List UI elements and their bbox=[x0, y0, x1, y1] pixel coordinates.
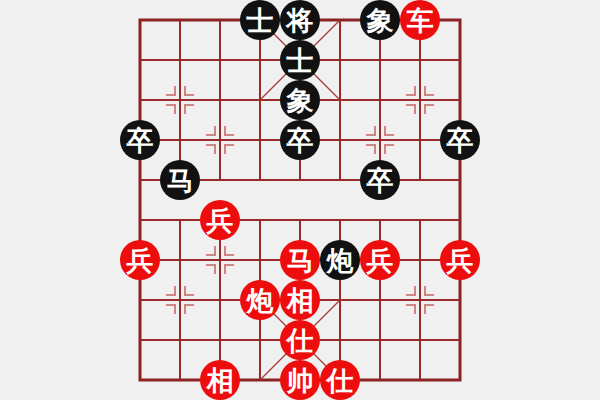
xiangqi-app: 士将象车士象卒卒卒马卒兵兵马炮兵兵炮相仕相帅仕 bbox=[0, 0, 600, 400]
piece-red-advisor[interactable]: 仕 bbox=[280, 320, 320, 360]
piece-black-cannon[interactable]: 炮 bbox=[320, 240, 360, 280]
piece-black-horse[interactable]: 马 bbox=[160, 160, 200, 200]
piece-red-cannon[interactable]: 炮 bbox=[240, 280, 280, 320]
piece-red-general[interactable]: 帅 bbox=[280, 360, 320, 400]
piece-black-soldier[interactable]: 卒 bbox=[120, 120, 160, 160]
piece-black-soldier[interactable]: 卒 bbox=[280, 120, 320, 160]
pieces-layer: 士将象车士象卒卒卒马卒兵兵马炮兵兵炮相仕相帅仕 bbox=[0, 0, 600, 400]
piece-red-chariot[interactable]: 车 bbox=[400, 0, 440, 40]
piece-red-advisor[interactable]: 仕 bbox=[320, 360, 360, 400]
piece-red-elephant[interactable]: 相 bbox=[200, 360, 240, 400]
piece-black-soldier[interactable]: 卒 bbox=[360, 160, 400, 200]
piece-red-elephant[interactable]: 相 bbox=[280, 280, 320, 320]
piece-black-advisor[interactable]: 士 bbox=[280, 40, 320, 80]
piece-red-soldier[interactable]: 兵 bbox=[120, 240, 160, 280]
piece-red-soldier[interactable]: 兵 bbox=[360, 240, 400, 280]
piece-black-elephant[interactable]: 象 bbox=[360, 0, 400, 40]
piece-black-advisor[interactable]: 士 bbox=[240, 0, 280, 40]
piece-black-general[interactable]: 将 bbox=[280, 0, 320, 40]
piece-black-soldier[interactable]: 卒 bbox=[440, 120, 480, 160]
piece-red-soldier[interactable]: 兵 bbox=[440, 240, 480, 280]
piece-red-soldier[interactable]: 兵 bbox=[200, 200, 240, 240]
piece-red-horse[interactable]: 马 bbox=[280, 240, 320, 280]
piece-black-elephant[interactable]: 象 bbox=[280, 80, 320, 120]
